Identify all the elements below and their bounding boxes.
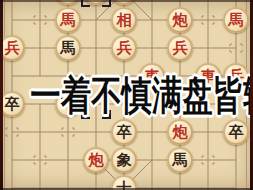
caption-overlay: 一着不慎满盘皆输 (0, 68, 253, 123)
piece-glyph: 砲 (61, 0, 76, 5)
piece-red-soldier[interactable]: 兵 (167, 35, 193, 61)
piece-glyph: 象 (117, 147, 132, 173)
piece-glyph: 士 (117, 175, 132, 190)
piece-red-cannon[interactable]: 炮 (167, 7, 193, 33)
piece-red-elephant[interactable]: 相 (111, 7, 137, 33)
piece-glyph: 兵 (117, 35, 132, 61)
piece-glyph: 車 (89, 0, 104, 5)
xiangqi-board: 砲車仕馬相炮馬兵馬兵兵車車兵卒卒卒炮卒炮象馬士 一着不慎满盘皆输 (0, 0, 253, 190)
piece-red-soldier[interactable]: 兵 (111, 35, 137, 61)
piece-black-elephant[interactable]: 象 (111, 147, 137, 173)
piece-red-soldier[interactable]: 兵 (0, 35, 25, 61)
piece-glyph: 炮 (89, 147, 104, 173)
piece-black-horse[interactable]: 馬 (55, 35, 81, 61)
piece-red-cannon[interactable]: 炮 (83, 147, 109, 173)
piece-glyph: 馬 (173, 147, 188, 173)
piece-glyph: 馬 (229, 7, 244, 33)
caption-text: 一着不慎满盘皆输 (30, 68, 222, 123)
piece-glyph: 兵 (173, 35, 188, 61)
piece-glyph: 相 (117, 7, 132, 33)
piece-glyph: 馬 (61, 35, 76, 61)
piece-glyph: 仕 (117, 0, 132, 5)
piece-glyph: 兵 (5, 35, 20, 61)
piece-red-horse[interactable]: 馬 (55, 7, 81, 33)
piece-black-horse[interactable]: 馬 (167, 147, 193, 173)
piece-glyph: 馬 (61, 7, 76, 33)
piece-red-horse[interactable]: 馬 (223, 7, 249, 33)
piece-glyph: 炮 (173, 7, 188, 33)
